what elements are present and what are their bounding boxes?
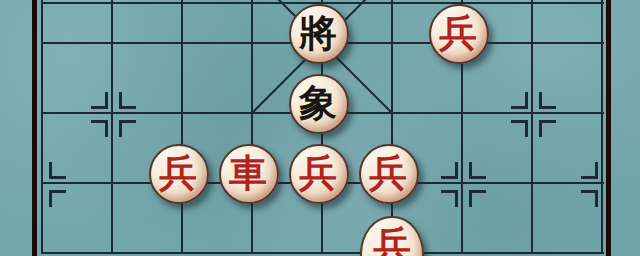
board-border-right bbox=[606, 0, 611, 256]
red-soldier-4[interactable]: 兵 bbox=[359, 144, 419, 204]
position-marker-1-br bbox=[119, 120, 136, 137]
position-marker-1-tl bbox=[91, 92, 108, 109]
black-elephant[interactable]: 象 bbox=[289, 74, 349, 134]
red-soldier-3-glyph: 兵 bbox=[299, 154, 337, 192]
position-marker-5-tl bbox=[581, 162, 598, 179]
red-soldier-2[interactable]: 兵 bbox=[149, 144, 209, 204]
rank-line-4 bbox=[42, 252, 604, 254]
position-marker-3-tr bbox=[49, 162, 66, 179]
file-line-8 bbox=[531, 0, 533, 254]
file-line-3 bbox=[181, 0, 183, 254]
position-marker-2-bl bbox=[511, 120, 528, 137]
position-marker-2-tr bbox=[539, 92, 556, 109]
position-marker-4-br bbox=[469, 190, 486, 207]
red-soldier-1-glyph: 兵 bbox=[439, 14, 477, 52]
file-line-9 bbox=[601, 0, 603, 254]
black-general-glyph: 將 bbox=[299, 14, 337, 52]
red-chariot-glyph: 車 bbox=[229, 154, 267, 192]
position-marker-4-tr bbox=[469, 162, 486, 179]
red-soldier-5-glyph: 兵 bbox=[373, 226, 411, 256]
position-marker-3-br bbox=[49, 190, 66, 207]
file-line-4 bbox=[251, 0, 253, 254]
red-soldier-3[interactable]: 兵 bbox=[289, 144, 349, 204]
red-soldier-2-glyph: 兵 bbox=[159, 154, 197, 192]
position-marker-2-tl bbox=[511, 92, 528, 109]
red-soldier-1[interactable]: 兵 bbox=[429, 4, 489, 64]
file-line-1 bbox=[41, 0, 43, 254]
red-soldier-4-glyph: 兵 bbox=[369, 154, 407, 192]
position-marker-4-tl bbox=[441, 162, 458, 179]
red-chariot[interactable]: 車 bbox=[219, 144, 279, 204]
board-border-left bbox=[32, 0, 37, 256]
file-line-2 bbox=[111, 0, 113, 254]
position-marker-1-bl bbox=[91, 120, 108, 137]
position-marker-2-br bbox=[539, 120, 556, 137]
black-general[interactable]: 將 bbox=[289, 4, 349, 64]
position-marker-4-bl bbox=[441, 190, 458, 207]
position-marker-1-tr bbox=[119, 92, 136, 109]
xiangqi-board[interactable]: 將兵象兵車兵兵兵 bbox=[0, 0, 640, 256]
red-soldier-5[interactable]: 兵 bbox=[360, 216, 424, 256]
position-marker-5-bl bbox=[581, 190, 598, 207]
black-elephant-glyph: 象 bbox=[299, 84, 337, 122]
